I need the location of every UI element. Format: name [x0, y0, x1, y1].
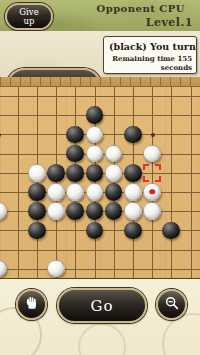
board-cell[interactable]: [0, 125, 8, 144]
board-cell[interactable]: [66, 125, 85, 144]
board-cell[interactable]: [27, 182, 46, 201]
black-stone: [66, 145, 84, 163]
board-cell[interactable]: [104, 202, 123, 221]
opponent-label: Opponent CPU: [96, 3, 185, 14]
turn-info-box: (black) You turn Remaining time 155 seco…: [103, 36, 197, 74]
board-cell[interactable]: [123, 125, 142, 144]
board-cell[interactable]: [8, 125, 27, 144]
board-cell[interactable]: [162, 182, 181, 201]
board-cell[interactable]: [66, 163, 85, 182]
board-cell[interactable]: [181, 125, 200, 144]
white-stone: [86, 126, 104, 144]
white-stone: [143, 145, 161, 163]
white-stone: [143, 202, 161, 220]
board-cell[interactable]: [181, 259, 200, 278]
board-cell[interactable]: [85, 240, 104, 259]
black-stone: [86, 106, 104, 124]
board-cell[interactable]: [142, 221, 161, 240]
board-cell[interactable]: [46, 144, 65, 163]
board-cell[interactable]: [85, 202, 104, 221]
board-cell[interactable]: [27, 125, 46, 144]
go-board[interactable]: [0, 77, 200, 278]
board-cell[interactable]: [162, 240, 181, 259]
board-cell[interactable]: [162, 259, 181, 278]
board-cell[interactable]: [8, 86, 27, 105]
remaining-time-unit: seconds: [161, 63, 192, 72]
board-cell[interactable]: [46, 163, 65, 182]
board-cell[interactable]: [104, 125, 123, 144]
board-cell[interactable]: [66, 144, 85, 163]
last-move-marker: [149, 189, 155, 195]
board-cell[interactable]: [104, 221, 123, 240]
go-button[interactable]: Go: [57, 288, 147, 323]
board-cell[interactable]: [142, 240, 161, 259]
hand-icon: [24, 295, 39, 314]
board-cell[interactable]: [46, 202, 65, 221]
white-stone: [124, 202, 142, 220]
board-cell[interactable]: [8, 221, 27, 240]
board-cell[interactable]: [66, 259, 85, 278]
board-cell[interactable]: [123, 221, 142, 240]
board-cell[interactable]: [0, 182, 8, 201]
status-bar: Hint (black) You turn Remaining time 155…: [0, 31, 200, 78]
black-stone: [162, 222, 180, 240]
white-stone: [86, 183, 104, 201]
board-cell[interactable]: [46, 106, 65, 125]
board-cell[interactable]: [85, 259, 104, 278]
board-cell[interactable]: [162, 106, 181, 125]
board-cell[interactable]: [0, 221, 8, 240]
board-cell[interactable]: [181, 163, 200, 182]
board-cell[interactable]: [8, 144, 27, 163]
turn-label: (black) You turn: [109, 41, 196, 52]
board-cell[interactable]: [123, 86, 142, 105]
top-bar: Give up Opponent CPU Level.1: [0, 0, 200, 32]
board-cell[interactable]: [181, 144, 200, 163]
black-stone: [86, 164, 104, 182]
zoom-out-button[interactable]: [156, 289, 187, 320]
board-cell[interactable]: [46, 221, 65, 240]
board-cell[interactable]: [181, 182, 200, 201]
board-cell[interactable]: [162, 86, 181, 105]
white-stone: [0, 202, 7, 220]
black-stone: [66, 126, 84, 144]
board-cell[interactable]: [27, 221, 46, 240]
board-cell[interactable]: [142, 125, 161, 144]
board-cell[interactable]: [142, 202, 161, 221]
board-cell[interactable]: [85, 221, 104, 240]
white-stone: [105, 145, 123, 163]
board-cell[interactable]: [27, 86, 46, 105]
board-cell[interactable]: [85, 144, 104, 163]
board-cell[interactable]: [162, 221, 181, 240]
board-cell[interactable]: [162, 125, 181, 144]
black-stone: [28, 183, 46, 201]
level-label: Level.1: [146, 16, 193, 29]
board-cell[interactable]: [142, 106, 161, 125]
board-cell[interactable]: [27, 106, 46, 125]
board-cells: [0, 86, 200, 278]
white-stone: [66, 183, 84, 201]
white-stone: [86, 145, 104, 163]
board-cell[interactable]: [8, 163, 27, 182]
board-cell[interactable]: [123, 259, 142, 278]
board-cell[interactable]: [123, 182, 142, 201]
board-cell[interactable]: [0, 144, 8, 163]
board-cell[interactable]: [123, 144, 142, 163]
bottom-control-bar: Go: [0, 278, 200, 355]
board-cell[interactable]: [181, 221, 200, 240]
black-stone: [105, 202, 123, 220]
board-cell[interactable]: [85, 182, 104, 201]
black-stone: [66, 164, 84, 182]
board-cell[interactable]: [162, 202, 181, 221]
white-stone: [47, 202, 65, 220]
black-stone: [28, 202, 46, 220]
board-cell[interactable]: [85, 86, 104, 105]
hand-pan-button[interactable]: [16, 289, 47, 320]
go-label: Go: [90, 297, 113, 315]
board-cell[interactable]: [142, 163, 161, 182]
board-cell[interactable]: [162, 163, 181, 182]
board-cell[interactable]: [0, 259, 8, 278]
board-cell[interactable]: [142, 144, 161, 163]
board-cell[interactable]: [0, 106, 8, 125]
board-cell[interactable]: [0, 163, 8, 182]
board-cell[interactable]: [181, 86, 200, 105]
remaining-time-label: Remaining time 155: [112, 54, 192, 63]
board-cell[interactable]: [142, 86, 161, 105]
board-cell[interactable]: [123, 202, 142, 221]
black-stone: [124, 222, 142, 240]
board-cell[interactable]: [104, 144, 123, 163]
board-cell[interactable]: [27, 240, 46, 259]
board-cell[interactable]: [66, 106, 85, 125]
move-cursor: [143, 164, 161, 182]
white-stone: [143, 183, 161, 201]
board-cell[interactable]: [66, 86, 85, 105]
floral-swirl-decoration: [78, 323, 126, 355]
black-stone: [124, 164, 142, 182]
black-stone: [47, 164, 65, 182]
board-cell[interactable]: [66, 221, 85, 240]
board-cell[interactable]: [104, 163, 123, 182]
board-cell[interactable]: [66, 240, 85, 259]
board-cell[interactable]: [104, 182, 123, 201]
board-cell[interactable]: [46, 240, 65, 259]
board-cell[interactable]: [0, 202, 8, 221]
give-up-label-line2: up: [24, 17, 35, 26]
board-cell[interactable]: [27, 202, 46, 221]
board-cell[interactable]: [46, 182, 65, 201]
board-cell[interactable]: [8, 240, 27, 259]
board-cell[interactable]: [181, 240, 200, 259]
board-cell[interactable]: [85, 125, 104, 144]
white-stone: [47, 260, 65, 278]
black-stone: [105, 183, 123, 201]
board-cell[interactable]: [66, 182, 85, 201]
board-cell[interactable]: [123, 163, 142, 182]
board-cell[interactable]: [142, 259, 161, 278]
black-stone: [124, 126, 142, 144]
board-cell[interactable]: [104, 106, 123, 125]
board-cell[interactable]: [8, 259, 27, 278]
board-cell[interactable]: [123, 106, 142, 125]
black-stone: [66, 202, 84, 220]
board-cell[interactable]: [85, 163, 104, 182]
white-stone: [124, 183, 142, 201]
board-cell[interactable]: [123, 240, 142, 259]
magnifier-minus-icon: [164, 295, 180, 315]
board-cell[interactable]: [27, 144, 46, 163]
white-stone: [28, 164, 46, 182]
board-cell[interactable]: [181, 106, 200, 125]
board-cell[interactable]: [162, 144, 181, 163]
board-cell[interactable]: [8, 106, 27, 125]
give-up-button[interactable]: Give up: [5, 3, 53, 30]
board-cell[interactable]: [46, 259, 65, 278]
white-stone: [47, 183, 65, 201]
black-stone: [28, 222, 46, 240]
board-cell[interactable]: [8, 202, 27, 221]
board-cell[interactable]: [85, 106, 104, 125]
board-cell[interactable]: [0, 86, 8, 105]
board-cell[interactable]: [0, 240, 8, 259]
white-stone: [0, 260, 7, 278]
board-cell[interactable]: [27, 163, 46, 182]
board-cell[interactable]: [8, 182, 27, 201]
board-cell[interactable]: [27, 259, 46, 278]
board-cell[interactable]: [104, 259, 123, 278]
board-cell[interactable]: [46, 86, 65, 105]
board-cell[interactable]: [181, 202, 200, 221]
board-cell[interactable]: [104, 86, 123, 105]
board-cell[interactable]: [46, 125, 65, 144]
white-stone: [105, 164, 123, 182]
board-cell[interactable]: [66, 202, 85, 221]
black-stone: [86, 222, 104, 240]
board-cell[interactable]: [104, 240, 123, 259]
board-cell[interactable]: [142, 182, 161, 201]
black-stone: [86, 202, 104, 220]
